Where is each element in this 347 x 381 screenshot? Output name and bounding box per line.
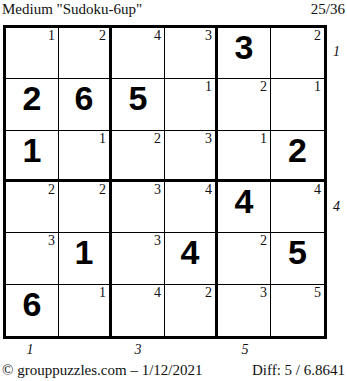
given-digit: 2	[6, 79, 58, 117]
puzzle-page: Medium "Sudoku-6up" 25/36 12433226512111…	[0, 0, 347, 381]
solved-counter: 25/36	[311, 1, 345, 18]
pencil-mark: 3	[154, 233, 161, 249]
cell-r5c5[interactable]: 2	[218, 233, 271, 284]
cell-r3c3[interactable]: 2	[112, 131, 165, 182]
cell-r3c5[interactable]: 1	[218, 131, 271, 182]
cell-r4c5[interactable]: 4	[218, 182, 271, 233]
cell-r4c1[interactable]: 2	[6, 182, 59, 233]
column-label-1: 1	[10, 342, 50, 358]
pencil-mark: 4	[205, 182, 212, 198]
pencil-mark: 2	[205, 285, 212, 301]
pencil-mark: 2	[260, 79, 267, 95]
cell-r2c2[interactable]: 6	[59, 79, 112, 130]
cell-r5c6[interactable]: 5	[271, 233, 324, 284]
cell-r1c4[interactable]: 3	[165, 28, 218, 79]
pencil-mark: 2	[260, 233, 267, 249]
cell-r5c4[interactable]: 4	[165, 233, 218, 284]
cell-r3c4[interactable]: 3	[165, 131, 218, 182]
difficulty-rating: Diff: 5 / 6.8641	[252, 362, 345, 379]
given-digit: 4	[218, 182, 270, 220]
cell-r5c2[interactable]: 1	[59, 233, 112, 284]
pencil-mark: 3	[154, 182, 161, 198]
pencil-mark: 1	[260, 131, 267, 147]
pencil-mark: 1	[314, 79, 321, 95]
pencil-mark: 2	[314, 28, 321, 44]
cell-r6c3[interactable]: 4	[112, 285, 165, 336]
given-digit: 3	[218, 28, 270, 66]
cell-r2c3[interactable]: 5	[112, 79, 165, 130]
pencil-mark: 4	[154, 285, 161, 301]
cell-r2c4[interactable]: 1	[165, 79, 218, 130]
pencil-mark: 5	[314, 285, 321, 301]
cell-r6c4[interactable]: 2	[165, 285, 218, 336]
cell-r6c5[interactable]: 3	[218, 285, 271, 336]
cell-r3c1[interactable]: 1	[6, 131, 59, 182]
given-digit: 6	[59, 79, 109, 117]
given-digit: 1	[59, 233, 109, 271]
pencil-mark: 1	[205, 79, 212, 95]
cell-r1c3[interactable]: 4	[112, 28, 165, 79]
row-label-1: 1	[333, 44, 340, 60]
puzzle-title: Medium "Sudoku-6up"	[2, 1, 142, 18]
given-digit: 6	[6, 285, 58, 323]
pencil-mark: 2	[48, 182, 55, 198]
pencil-mark: 1	[99, 131, 106, 147]
cell-r1c5[interactable]: 3	[218, 28, 271, 79]
pencil-mark: 1	[48, 28, 55, 44]
cell-r4c2[interactable]: 2	[59, 182, 112, 233]
cell-r5c1[interactable]: 3	[6, 233, 59, 284]
row-label-4: 4	[333, 199, 340, 215]
cell-r6c1[interactable]: 6	[6, 285, 59, 336]
cell-r3c6[interactable]: 2	[271, 131, 324, 182]
pencil-mark: 2	[154, 131, 161, 147]
pencil-mark: 3	[205, 28, 212, 44]
pencil-mark: 3	[260, 285, 267, 301]
given-digit: 5	[112, 79, 164, 117]
pencil-mark: 3	[205, 131, 212, 147]
cell-r6c2[interactable]: 1	[59, 285, 112, 336]
copyright-date: © grouppuzzles.com – 1/12/2021	[2, 362, 203, 379]
cell-r4c4[interactable]: 4	[165, 182, 218, 233]
pencil-mark: 4	[314, 182, 321, 198]
column-label-5: 5	[225, 342, 265, 358]
given-digit: 4	[165, 233, 215, 271]
cell-r2c1[interactable]: 2	[6, 79, 59, 130]
cell-r1c6[interactable]: 2	[271, 28, 324, 79]
cell-r5c3[interactable]: 3	[112, 233, 165, 284]
cell-r4c3[interactable]: 3	[112, 182, 165, 233]
pencil-mark: 3	[48, 233, 55, 249]
cell-r2c5[interactable]: 2	[218, 79, 271, 130]
cell-r2c6[interactable]: 1	[271, 79, 324, 130]
pencil-mark: 1	[99, 285, 106, 301]
cell-r3c2[interactable]: 1	[59, 131, 112, 182]
given-digit: 1	[6, 131, 58, 169]
cell-r1c1[interactable]: 1	[6, 28, 59, 79]
given-digit: 5	[271, 233, 324, 271]
pencil-mark: 4	[154, 28, 161, 44]
column-label-3: 3	[118, 342, 158, 358]
pencil-mark: 2	[99, 28, 106, 44]
given-digit: 2	[271, 131, 324, 169]
cell-r6c6[interactable]: 5	[271, 285, 324, 336]
pencil-mark: 2	[99, 182, 106, 198]
cell-r4c6[interactable]: 4	[271, 182, 324, 233]
cell-r1c2[interactable]: 2	[59, 28, 112, 79]
sudoku-board: 124332265121112312223444313425614235	[3, 25, 327, 339]
